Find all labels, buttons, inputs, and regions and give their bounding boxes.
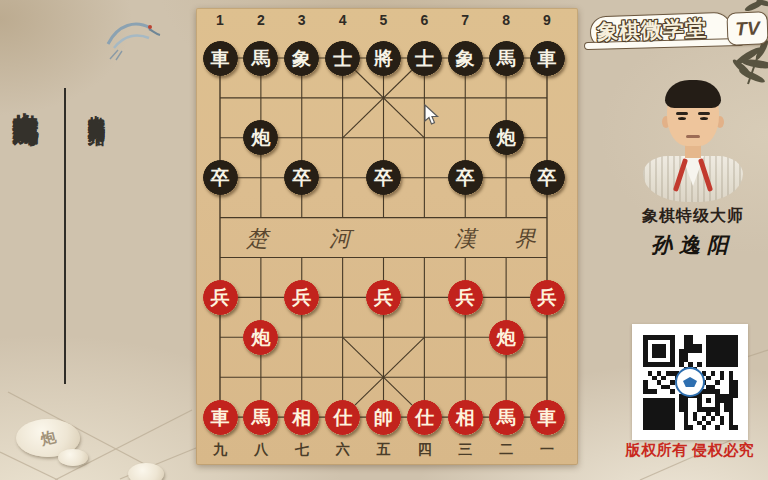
piece-black-卒[interactable]: 卒 <box>448 160 483 195</box>
logo-tv-badge: TV <box>726 11 768 45</box>
piece-black-卒[interactable]: 卒 <box>203 160 238 195</box>
decor-stone-corner <box>128 463 164 480</box>
river-char: 界 <box>514 224 536 254</box>
file-label-bottom: 五 <box>377 441 391 459</box>
file-label-bottom: 九 <box>213 441 227 459</box>
piece-red-炮[interactable]: 炮 <box>243 320 278 355</box>
piece-red-炮[interactable]: 炮 <box>489 320 524 355</box>
title-divider <box>64 88 66 384</box>
decor-stone-small <box>58 449 88 466</box>
piece-red-兵[interactable]: 兵 <box>203 280 238 315</box>
piece-red-帥[interactable]: 帥 <box>366 400 401 435</box>
piece-black-象[interactable]: 象 <box>284 41 319 76</box>
piece-black-士[interactable]: 士 <box>407 41 442 76</box>
piece-red-馬[interactable]: 馬 <box>243 400 278 435</box>
file-label-bottom: 四 <box>417 441 431 459</box>
piece-black-炮[interactable]: 炮 <box>489 120 524 155</box>
qr-center-logo <box>675 367 705 397</box>
piece-black-象[interactable]: 象 <box>448 41 483 76</box>
file-label-bottom: 三 <box>458 441 472 459</box>
piece-black-卒[interactable]: 卒 <box>366 160 401 195</box>
piece-black-車[interactable]: 車 <box>530 41 565 76</box>
piece-red-相[interactable]: 相 <box>448 400 483 435</box>
piece-red-仕[interactable]: 仕 <box>325 400 360 435</box>
presenter-brow <box>676 112 688 115</box>
piece-red-兵[interactable]: 兵 <box>448 280 483 315</box>
presenter-brow <box>698 112 710 115</box>
file-label-bottom: 一 <box>540 441 554 459</box>
piece-red-兵[interactable]: 兵 <box>366 280 401 315</box>
piece-black-卒[interactable]: 卒 <box>530 160 565 195</box>
river-char: 河 <box>329 224 351 254</box>
decor-stone-label: 炮 <box>38 427 57 449</box>
file-label-bottom: 七 <box>295 441 309 459</box>
lesson-subtitle-vertical: 中炮横车七路马对屏风马布局介绍 <box>85 101 108 379</box>
crane-icon <box>104 18 162 62</box>
presenter-eye <box>700 117 708 120</box>
copyright-notice: 版权所有 侵权必究 <box>612 441 768 460</box>
qr-logo-emblem <box>683 377 697 387</box>
presenter-name: 孙逸阳 <box>622 231 764 259</box>
piece-red-馬[interactable]: 馬 <box>489 400 524 435</box>
presenter-title: 象棋特级大师 <box>622 206 764 227</box>
presenter-photo <box>640 80 746 202</box>
presenter-eye <box>678 117 686 120</box>
piece-black-馬[interactable]: 馬 <box>243 41 278 76</box>
river-char: 漢 <box>454 224 476 254</box>
piece-black-士[interactable]: 士 <box>325 41 360 76</box>
river-char: 楚 <box>246 224 268 254</box>
piece-black-車[interactable]: 車 <box>203 41 238 76</box>
presenter-hair <box>665 80 721 108</box>
channel-logo: TV 象棋微学堂 <box>588 11 768 51</box>
xiangqi-board[interactable]: 123456789 楚河漢界 車馬象士將士象馬車炮炮卒卒卒卒卒兵兵兵兵兵炮炮車馬… <box>196 8 578 465</box>
piece-black-馬[interactable]: 馬 <box>489 41 524 76</box>
mouse-cursor <box>424 104 440 126</box>
piece-red-車[interactable]: 車 <box>530 400 565 435</box>
file-label-bottom: 六 <box>336 441 350 459</box>
piece-red-車[interactable]: 車 <box>203 400 238 435</box>
file-label-bottom: 二 <box>499 441 513 459</box>
qr-code <box>632 324 748 440</box>
piece-red-相[interactable]: 相 <box>284 400 319 435</box>
file-label-bottom: 八 <box>254 441 268 459</box>
presenter-mouth <box>686 135 700 138</box>
piece-red-兵[interactable]: 兵 <box>530 280 565 315</box>
logo-text: 象棋微学堂 <box>597 14 708 46</box>
video-frame: 中炮横车七路马对屏风马 中炮横车七路马对屏风马布局介绍 炮 123456789 … <box>0 0 768 480</box>
piece-red-仕[interactable]: 仕 <box>407 400 442 435</box>
piece-red-兵[interactable]: 兵 <box>284 280 319 315</box>
piece-black-將[interactable]: 將 <box>366 41 401 76</box>
lesson-title-vertical: 中炮横车七路马对屏风马 <box>9 92 44 392</box>
